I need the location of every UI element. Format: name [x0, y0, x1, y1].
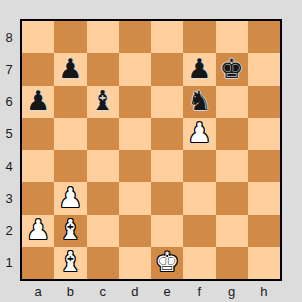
black-pawn[interactable]: ♟: [58, 55, 82, 82]
square-a6[interactable]: ♟: [22, 86, 54, 118]
square-e1[interactable]: ♚: [151, 247, 183, 279]
white-pawn[interactable]: ♟: [26, 216, 50, 243]
square-d2[interactable]: [119, 215, 151, 247]
square-e5[interactable]: [151, 118, 183, 150]
file-label-h: h: [248, 283, 280, 299]
square-a4[interactable]: [22, 150, 54, 182]
square-c2[interactable]: [87, 215, 119, 247]
rank-label-1: 1: [0, 247, 18, 279]
square-f3[interactable]: [183, 182, 215, 214]
square-f2[interactable]: [183, 215, 215, 247]
rank-label-5: 5: [0, 118, 18, 150]
square-a3[interactable]: [22, 182, 54, 214]
rank-label-3: 3: [0, 182, 18, 214]
square-b8[interactable]: [54, 21, 86, 53]
square-h7[interactable]: [248, 53, 280, 85]
square-f6[interactable]: ♞: [183, 86, 215, 118]
square-c6[interactable]: ♝: [87, 86, 119, 118]
square-a5[interactable]: [22, 118, 54, 150]
square-g6[interactable]: [216, 86, 248, 118]
square-e6[interactable]: [151, 86, 183, 118]
square-g7[interactable]: ♚: [216, 53, 248, 85]
file-label-b: b: [54, 283, 86, 299]
square-c7[interactable]: [87, 53, 119, 85]
black-pawn[interactable]: ♟: [26, 87, 50, 114]
square-g1[interactable]: [216, 247, 248, 279]
file-label-g: g: [216, 283, 248, 299]
rank-label-7: 7: [0, 53, 18, 85]
square-b4[interactable]: [54, 150, 86, 182]
rank-label-6: 6: [0, 86, 18, 118]
square-d6[interactable]: [119, 86, 151, 118]
square-g2[interactable]: [216, 215, 248, 247]
square-e4[interactable]: [151, 150, 183, 182]
square-h1[interactable]: [248, 247, 280, 279]
black-knight[interactable]: ♞: [187, 87, 211, 114]
white-bishop[interactable]: ♝: [58, 216, 82, 243]
square-b2[interactable]: ♝: [54, 215, 86, 247]
black-bishop[interactable]: ♝: [91, 87, 115, 114]
square-d3[interactable]: [119, 182, 151, 214]
file-label-a: a: [22, 283, 54, 299]
square-d5[interactable]: [119, 118, 151, 150]
white-bishop[interactable]: ♝: [58, 248, 82, 275]
black-pawn[interactable]: ♟: [187, 55, 211, 82]
square-g4[interactable]: [216, 150, 248, 182]
square-f4[interactable]: [183, 150, 215, 182]
rank-label-2: 2: [0, 215, 18, 247]
square-g5[interactable]: [216, 118, 248, 150]
file-label-e: e: [151, 283, 183, 299]
file-label-f: f: [183, 283, 215, 299]
white-king[interactable]: ♚: [155, 248, 179, 275]
square-h6[interactable]: [248, 86, 280, 118]
square-b7[interactable]: ♟: [54, 53, 86, 85]
square-e8[interactable]: [151, 21, 183, 53]
square-c1[interactable]: [87, 247, 119, 279]
square-h4[interactable]: [248, 150, 280, 182]
file-labels: abcdefgh: [22, 283, 280, 299]
square-c8[interactable]: [87, 21, 119, 53]
square-b5[interactable]: [54, 118, 86, 150]
square-a7[interactable]: [22, 53, 54, 85]
square-e7[interactable]: [151, 53, 183, 85]
chess-board[interactable]: ♟♟♚♟♝♞♟♟♟♝♝♚: [20, 19, 282, 281]
white-pawn[interactable]: ♟: [58, 184, 82, 211]
square-e2[interactable]: [151, 215, 183, 247]
square-h8[interactable]: [248, 21, 280, 53]
rank-label-4: 4: [0, 150, 18, 182]
square-h5[interactable]: [248, 118, 280, 150]
square-d7[interactable]: [119, 53, 151, 85]
square-b3[interactable]: ♟: [54, 182, 86, 214]
square-d1[interactable]: [119, 247, 151, 279]
square-f8[interactable]: [183, 21, 215, 53]
square-d8[interactable]: [119, 21, 151, 53]
square-f1[interactable]: [183, 247, 215, 279]
square-c3[interactable]: [87, 182, 119, 214]
file-label-c: c: [87, 283, 119, 299]
square-b6[interactable]: [54, 86, 86, 118]
square-f5[interactable]: ♟: [183, 118, 215, 150]
square-h3[interactable]: [248, 182, 280, 214]
square-a1[interactable]: [22, 247, 54, 279]
file-label-d: d: [119, 283, 151, 299]
white-pawn[interactable]: ♟: [187, 119, 211, 146]
square-g8[interactable]: [216, 21, 248, 53]
square-g3[interactable]: [216, 182, 248, 214]
square-c5[interactable]: [87, 118, 119, 150]
square-e3[interactable]: [151, 182, 183, 214]
square-a2[interactable]: ♟: [22, 215, 54, 247]
square-d4[interactable]: [119, 150, 151, 182]
black-king[interactable]: ♚: [220, 55, 244, 82]
rank-labels: 87654321: [0, 21, 18, 279]
square-f7[interactable]: ♟: [183, 53, 215, 85]
square-c4[interactable]: [87, 150, 119, 182]
square-h2[interactable]: [248, 215, 280, 247]
square-b1[interactable]: ♝: [54, 247, 86, 279]
square-a8[interactable]: [22, 21, 54, 53]
rank-label-8: 8: [0, 21, 18, 53]
